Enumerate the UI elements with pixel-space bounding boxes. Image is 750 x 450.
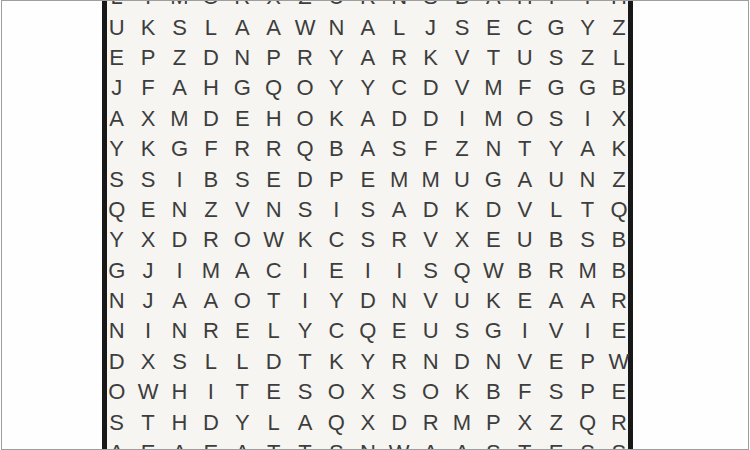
grid-cell[interactable]: P (572, 377, 603, 407)
grid-cell[interactable]: P (572, 347, 603, 377)
grid-cell[interactable]: D (195, 43, 226, 73)
grid-cell[interactable]: A (164, 73, 195, 103)
grid-cell[interactable]: O (415, 377, 446, 407)
grid-cell[interactable]: I (132, 316, 163, 346)
grid-cell[interactable]: Q (572, 407, 603, 437)
grid-cell[interactable]: E (478, 12, 509, 42)
grid-cell[interactable]: U (321, 0, 352, 12)
grid-cell[interactable]: S (289, 377, 320, 407)
grid-cell[interactable]: A (540, 286, 571, 316)
grid-cell[interactable]: P (540, 0, 571, 12)
grid-cell[interactable]: S (227, 164, 258, 194)
grid-cell[interactable]: R (603, 286, 634, 316)
grid-cell[interactable]: Q (446, 256, 477, 286)
grid-cell[interactable]: S (572, 438, 603, 450)
grid-cell[interactable]: Q (289, 134, 320, 164)
grid-cell[interactable]: U (509, 225, 540, 255)
grid-cell[interactable]: A (101, 104, 132, 134)
grid-cell[interactable]: A (572, 286, 603, 316)
grid-cell[interactable]: O (321, 377, 352, 407)
grid-cell[interactable]: D (352, 286, 383, 316)
grid-cell[interactable]: N (352, 438, 383, 450)
grid-cell[interactable]: D (415, 104, 446, 134)
grid-cell[interactable]: Z (603, 164, 634, 194)
grid-cell[interactable]: Z (446, 134, 477, 164)
grid-cell[interactable]: T (258, 286, 289, 316)
grid-cell[interactable]: R (258, 134, 289, 164)
grid-cell[interactable]: I (572, 316, 603, 346)
grid-cell[interactable]: I (321, 195, 352, 225)
grid-cell[interactable]: Y (572, 12, 603, 42)
grid-cell[interactable]: S (164, 12, 195, 42)
grid-cell[interactable]: W (603, 347, 634, 377)
grid-cell[interactable]: E (101, 43, 132, 73)
grid-cell[interactable]: W (132, 377, 163, 407)
grid-cell[interactable]: U (540, 164, 571, 194)
grid-cell[interactable]: S (446, 316, 477, 346)
grid-cell[interactable]: B (603, 73, 634, 103)
grid-cell[interactable]: T (572, 0, 603, 12)
grid-cell[interactable]: I (446, 104, 477, 134)
grid-cell[interactable]: R (540, 256, 571, 286)
grid-cell[interactable]: Q (101, 195, 132, 225)
grid-cell[interactable]: P (258, 43, 289, 73)
grid-cell[interactable]: U (446, 164, 477, 194)
grid-cell[interactable]: L (603, 43, 634, 73)
grid-cell[interactable]: A (227, 438, 258, 450)
grid-cell[interactable]: M (478, 104, 509, 134)
grid-cell[interactable]: A (384, 195, 415, 225)
grid-cell[interactable]: Y (321, 43, 352, 73)
grid-cell[interactable]: V (415, 286, 446, 316)
grid-cell[interactable]: T (509, 134, 540, 164)
grid-cell[interactable]: Q (352, 316, 383, 346)
grid-cell[interactable]: U (415, 316, 446, 346)
grid-cell[interactable]: T (478, 43, 509, 73)
grid-cell[interactable]: L (384, 12, 415, 42)
grid-cell[interactable]: E (540, 347, 571, 377)
grid-cell[interactable]: G (478, 316, 509, 346)
grid-cell[interactable]: E (132, 438, 163, 450)
grid-cell[interactable]: N (101, 286, 132, 316)
grid-cell[interactable]: S (384, 134, 415, 164)
grid-cell[interactable]: K (321, 104, 352, 134)
grid-cell[interactable]: E (478, 225, 509, 255)
letter-grid: LYMORXZURNSBAHPTHUKSLAAWNALJSECGYZEPZDNP… (101, 0, 635, 450)
grid-cell[interactable]: W (384, 438, 415, 450)
grid-cell[interactable]: X (509, 407, 540, 437)
grid-cell[interactable]: L (258, 316, 289, 346)
grid-cell[interactable]: O (289, 73, 320, 103)
grid-cell[interactable]: T (132, 407, 163, 437)
grid-cell[interactable]: Q (603, 195, 634, 225)
grid-cell[interactable]: Y (101, 134, 132, 164)
grid-cell[interactable]: A (258, 12, 289, 42)
grid-cell[interactable]: G (572, 73, 603, 103)
grid-cell[interactable]: N (227, 43, 258, 73)
grid-cell[interactable]: N (384, 0, 415, 12)
grid-cell[interactable]: A (289, 407, 320, 437)
grid-cell[interactable]: N (415, 347, 446, 377)
grid-cell[interactable]: P (478, 407, 509, 437)
grid-cell[interactable]: E (258, 377, 289, 407)
grid-cell[interactable]: D (415, 195, 446, 225)
grid-cell[interactable]: T (289, 438, 320, 450)
grid-cell[interactable]: E (258, 164, 289, 194)
grid-cell[interactable]: A (415, 438, 446, 450)
grid-cell[interactable]: U (446, 286, 477, 316)
grid-cell[interactable]: Y (540, 134, 571, 164)
grid-cell[interactable]: A (227, 256, 258, 286)
grid-cell[interactable]: K (446, 195, 477, 225)
grid-cell[interactable]: I (289, 286, 320, 316)
grid-cell[interactable]: E (540, 438, 571, 450)
grid-cell[interactable]: R (289, 43, 320, 73)
grid-cell[interactable]: A (164, 286, 195, 316)
grid-cell[interactable]: O (509, 104, 540, 134)
grid-cell[interactable]: L (258, 407, 289, 437)
grid-cell[interactable]: R (227, 0, 258, 12)
grid-cell[interactable]: J (101, 73, 132, 103)
grid-cell[interactable]: L (195, 12, 226, 42)
grid-cell[interactable]: C (321, 225, 352, 255)
grid-cell[interactable]: Z (603, 12, 634, 42)
grid-cell[interactable]: S (164, 347, 195, 377)
grid-cell[interactable]: A (352, 43, 383, 73)
grid-cell[interactable]: E (227, 316, 258, 346)
grid-cell[interactable]: S (352, 225, 383, 255)
grid-cell[interactable]: N (101, 316, 132, 346)
grid-cell[interactable]: A (478, 0, 509, 12)
grid-cell[interactable]: T (509, 438, 540, 450)
grid-cell[interactable]: X (352, 377, 383, 407)
grid-cell[interactable]: S (289, 195, 320, 225)
grid-cell[interactable]: E (509, 286, 540, 316)
grid-cell[interactable]: O (195, 0, 226, 12)
grid-cell[interactable]: E (195, 438, 226, 450)
grid-cell[interactable]: L (540, 195, 571, 225)
grid-cell[interactable]: R (603, 407, 634, 437)
grid-cell[interactable]: M (478, 73, 509, 103)
grid-cell[interactable]: R (384, 225, 415, 255)
grid-cell[interactable]: X (132, 104, 163, 134)
grid-cell[interactable]: X (603, 104, 634, 134)
grid-cell[interactable]: B (509, 256, 540, 286)
grid-cell[interactable]: D (195, 407, 226, 437)
grid-cell[interactable]: U (509, 43, 540, 73)
grid-cell[interactable]: S (321, 438, 352, 450)
grid-cell[interactable]: M (164, 104, 195, 134)
grid-cell[interactable]: H (195, 73, 226, 103)
grid-cell[interactable]: R (415, 407, 446, 437)
grid-cell[interactable]: A (164, 438, 195, 450)
grid-cell[interactable]: W (289, 12, 320, 42)
grid-cell[interactable]: V (509, 347, 540, 377)
grid-cell[interactable]: G (478, 164, 509, 194)
grid-cell[interactable]: S (446, 12, 477, 42)
grid-cell[interactable]: Z (540, 407, 571, 437)
grid-cell[interactable]: E (321, 256, 352, 286)
grid-cell[interactable]: K (603, 134, 634, 164)
grid-cell[interactable]: W (258, 225, 289, 255)
grid-cell[interactable]: V (509, 195, 540, 225)
grid-cell[interactable]: S (101, 407, 132, 437)
grid-cell[interactable]: Y (352, 73, 383, 103)
grid-cell[interactable]: T (258, 438, 289, 450)
grid-cell[interactable]: J (415, 12, 446, 42)
grid-cell[interactable]: I (352, 256, 383, 286)
grid-cell[interactable]: E (352, 164, 383, 194)
grid-cell[interactable]: X (258, 0, 289, 12)
grid-cell[interactable]: A (352, 104, 383, 134)
grid-cell[interactable]: C (509, 12, 540, 42)
grid-cell[interactable]: O (101, 377, 132, 407)
grid-cell[interactable]: J (132, 286, 163, 316)
grid-cell[interactable]: R (384, 43, 415, 73)
grid-cell[interactable]: E (603, 377, 634, 407)
grid-cell[interactable]: D (164, 225, 195, 255)
grid-cell[interactable]: V (446, 43, 477, 73)
grid-cell[interactable]: S (540, 43, 571, 73)
grid-cell[interactable]: D (101, 347, 132, 377)
grid-cell[interactable]: Y (227, 407, 258, 437)
grid-cell[interactable]: M (195, 256, 226, 286)
grid-cell[interactable]: Z (164, 43, 195, 73)
grid-cell[interactable]: X (132, 347, 163, 377)
grid-cell[interactable]: M (384, 164, 415, 194)
grid-cell[interactable]: Q (258, 73, 289, 103)
grid-cell[interactable]: A (101, 438, 132, 450)
grid-cell[interactable]: O (227, 225, 258, 255)
grid-cell[interactable]: K (415, 43, 446, 73)
grid-cell[interactable]: N (572, 164, 603, 194)
grid-cell[interactable]: S (572, 225, 603, 255)
grid-cell[interactable]: C (384, 73, 415, 103)
grid-cell[interactable]: Z (289, 0, 320, 12)
grid-cell[interactable]: E (384, 316, 415, 346)
grid-cell[interactable]: Z (572, 43, 603, 73)
grid-cell[interactable]: V (446, 73, 477, 103)
grid-cell[interactable]: N (478, 347, 509, 377)
grid-cell[interactable]: B (603, 225, 634, 255)
grid-cell[interactable]: M (572, 256, 603, 286)
grid-cell[interactable]: L (227, 347, 258, 377)
grid-cell[interactable]: V (540, 316, 571, 346)
grid-cell[interactable]: S (132, 164, 163, 194)
grid-cell[interactable]: F (195, 134, 226, 164)
grid-cell[interactable]: F (509, 73, 540, 103)
grid-cell[interactable]: I (384, 256, 415, 286)
grid-cell[interactable]: B (478, 377, 509, 407)
grid-cell[interactable]: B (321, 134, 352, 164)
grid-cell[interactable]: R (195, 225, 226, 255)
grid-cell[interactable]: A (572, 134, 603, 164)
grid-cell[interactable]: D (384, 407, 415, 437)
grid-cell[interactable]: G (164, 134, 195, 164)
grid-cell[interactable]: Y (321, 73, 352, 103)
grid-cell[interactable]: F (415, 134, 446, 164)
grid-cell[interactable]: M (415, 164, 446, 194)
grid-cell[interactable]: D (195, 104, 226, 134)
grid-cell[interactable]: K (321, 347, 352, 377)
grid-cell[interactable]: W (478, 256, 509, 286)
grid-cell[interactable]: T (289, 347, 320, 377)
grid-cell[interactable]: F (132, 73, 163, 103)
grid-cell[interactable]: T (572, 195, 603, 225)
grid-cell[interactable]: N (164, 195, 195, 225)
worksheet-page: LYMORXZURNSBAHPTHUKSLAAWNALJSECGYZEPZDNP… (0, 0, 750, 450)
grid-cell[interactable]: J (132, 256, 163, 286)
grid-cell[interactable]: F (509, 377, 540, 407)
grid-cell[interactable]: D (478, 195, 509, 225)
grid-cell[interactable]: A (509, 164, 540, 194)
grid-cell[interactable]: X (352, 407, 383, 437)
grid-cell[interactable]: I (164, 164, 195, 194)
grid-cell[interactable]: C (321, 316, 352, 346)
grid-cell[interactable]: K (478, 286, 509, 316)
grid-cell[interactable]: D (446, 347, 477, 377)
grid-cell[interactable]: G (227, 73, 258, 103)
grid-cell[interactable]: B (446, 0, 477, 12)
grid-cell[interactable]: Y (289, 316, 320, 346)
grid-cell[interactable]: M (446, 407, 477, 437)
grid-cell[interactable]: E (603, 316, 634, 346)
grid-cell[interactable]: B (195, 164, 226, 194)
grid-cell[interactable]: R (195, 316, 226, 346)
grid-cell[interactable]: V (227, 195, 258, 225)
grid-cell[interactable]: O (289, 104, 320, 134)
grid-cell[interactable]: N (384, 286, 415, 316)
grid-cell[interactable]: I (195, 377, 226, 407)
grid-cell[interactable]: P (321, 164, 352, 194)
grid-cell[interactable]: H (509, 0, 540, 12)
grid-cell[interactable]: I (164, 256, 195, 286)
grid-cell[interactable]: N (321, 12, 352, 42)
grid-cell[interactable]: S (352, 195, 383, 225)
grid-cell[interactable]: K (132, 134, 163, 164)
grid-cell[interactable]: Q (321, 407, 352, 437)
grid-cell[interactable]: I (572, 104, 603, 134)
grid-cell[interactable]: U (101, 12, 132, 42)
grid-cell[interactable]: Y (101, 225, 132, 255)
grid-cell[interactable]: H (258, 104, 289, 134)
grid-cell[interactable]: S (384, 377, 415, 407)
grid-cell[interactable]: E (227, 104, 258, 134)
grid-cell[interactable]: Y (321, 286, 352, 316)
grid-cell[interactable]: X (132, 225, 163, 255)
grid-cell[interactable]: G (540, 73, 571, 103)
grid-cell[interactable]: I (289, 256, 320, 286)
grid-cell[interactable]: N (164, 316, 195, 346)
grid-cell[interactable]: S (540, 377, 571, 407)
grid-cell[interactable]: G (540, 12, 571, 42)
grid-cell[interactable]: K (132, 12, 163, 42)
grid-cell[interactable]: M (164, 0, 195, 12)
grid-cell[interactable]: P (132, 43, 163, 73)
grid-cell[interactable]: H (164, 407, 195, 437)
grid-cell[interactable]: D (415, 73, 446, 103)
grid-cell[interactable]: X (446, 225, 477, 255)
grid-cell[interactable]: K (289, 225, 320, 255)
grid-cell[interactable]: A (352, 134, 383, 164)
grid-cell[interactable]: E (132, 195, 163, 225)
grid-cell[interactable]: N (258, 195, 289, 225)
grid-cell[interactable]: S (540, 104, 571, 134)
grid-cell[interactable]: Y (352, 347, 383, 377)
grid-cell[interactable]: C (258, 256, 289, 286)
grid-cell[interactable]: A (195, 286, 226, 316)
grid-cell[interactable]: S (101, 164, 132, 194)
grid-cell[interactable]: D (258, 347, 289, 377)
grid-cell[interactable]: Z (195, 195, 226, 225)
grid-cell[interactable]: H (603, 0, 634, 12)
grid-cell[interactable]: K (446, 377, 477, 407)
grid-cell[interactable]: R (384, 347, 415, 377)
grid-cell[interactable]: D (384, 104, 415, 134)
grid-cell[interactable]: D (289, 164, 320, 194)
grid-cell[interactable]: R (227, 134, 258, 164)
grid-cell[interactable]: N (478, 134, 509, 164)
grid-cell[interactable]: S (478, 438, 509, 450)
grid-cell[interactable]: S (415, 256, 446, 286)
grid-cell[interactable]: S (603, 438, 634, 450)
grid-cell[interactable]: L (195, 347, 226, 377)
grid-cell[interactable]: L (101, 0, 132, 12)
grid-cell[interactable]: A (352, 12, 383, 42)
grid-cell[interactable]: H (164, 377, 195, 407)
grid-cell[interactable]: O (227, 286, 258, 316)
grid-cell[interactable]: G (101, 256, 132, 286)
grid-cell[interactable]: B (540, 225, 571, 255)
grid-cell[interactable]: Y (132, 0, 163, 12)
grid-cell[interactable]: A (446, 438, 477, 450)
grid-cell[interactable]: I (509, 316, 540, 346)
grid-cell[interactable]: B (603, 256, 634, 286)
grid-cell[interactable]: V (415, 225, 446, 255)
grid-cell[interactable]: S (415, 0, 446, 12)
grid-cell[interactable]: R (352, 0, 383, 12)
grid-cell[interactable]: T (227, 377, 258, 407)
grid-cell[interactable]: A (227, 12, 258, 42)
